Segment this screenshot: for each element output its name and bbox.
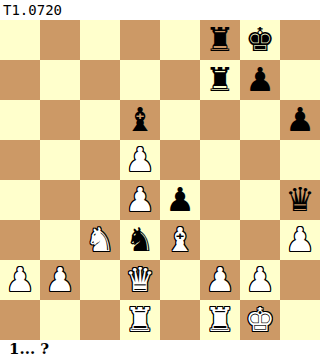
square-c4[interactable] — [80, 180, 120, 220]
white-king: ♚ — [245, 300, 275, 340]
square-c1[interactable] — [80, 300, 120, 340]
black-bishop: ♝ — [125, 100, 155, 140]
square-e1[interactable] — [160, 300, 200, 340]
square-h8[interactable] — [280, 20, 320, 60]
square-b5[interactable] — [40, 140, 80, 180]
square-a6[interactable] — [0, 100, 40, 140]
square-h3[interactable]: ♟ — [280, 220, 320, 260]
move-prompt: 1... ? — [0, 340, 320, 360]
square-h5[interactable] — [280, 140, 320, 180]
square-g7[interactable]: ♟ — [240, 60, 280, 100]
square-f6[interactable] — [200, 100, 240, 140]
square-a8[interactable] — [0, 20, 40, 60]
square-b1[interactable] — [40, 300, 80, 340]
square-e8[interactable] — [160, 20, 200, 60]
square-a3[interactable] — [0, 220, 40, 260]
square-a1[interactable] — [0, 300, 40, 340]
square-e4[interactable]: ♟ — [160, 180, 200, 220]
square-e7[interactable] — [160, 60, 200, 100]
square-e2[interactable] — [160, 260, 200, 300]
chess-board: ♜♚♜♟♝♟♟♟♟♛♞♞♝♟♟♟♛♟♟♜♜♚ — [0, 20, 320, 340]
square-g8[interactable]: ♚ — [240, 20, 280, 60]
black-knight: ♞ — [125, 220, 155, 260]
square-b6[interactable] — [40, 100, 80, 140]
square-d2[interactable]: ♛ — [120, 260, 160, 300]
black-pawn: ♟ — [245, 60, 275, 100]
square-b3[interactable] — [40, 220, 80, 260]
square-c7[interactable] — [80, 60, 120, 100]
square-e3[interactable]: ♝ — [160, 220, 200, 260]
black-rook: ♜ — [205, 20, 235, 60]
square-h7[interactable] — [280, 60, 320, 100]
square-c8[interactable] — [80, 20, 120, 60]
square-d4[interactable]: ♟ — [120, 180, 160, 220]
black-pawn: ♟ — [285, 100, 315, 140]
white-pawn: ♟ — [45, 260, 75, 300]
square-g4[interactable] — [240, 180, 280, 220]
square-h6[interactable]: ♟ — [280, 100, 320, 140]
square-a7[interactable] — [0, 60, 40, 100]
square-d7[interactable] — [120, 60, 160, 100]
white-pawn: ♟ — [285, 220, 315, 260]
square-f3[interactable] — [200, 220, 240, 260]
white-queen: ♛ — [125, 260, 155, 300]
square-d6[interactable]: ♝ — [120, 100, 160, 140]
black-pawn: ♟ — [165, 180, 195, 220]
white-pawn: ♟ — [205, 260, 235, 300]
square-g5[interactable] — [240, 140, 280, 180]
square-b4[interactable] — [40, 180, 80, 220]
square-a5[interactable] — [0, 140, 40, 180]
square-d8[interactable] — [120, 20, 160, 60]
square-f8[interactable]: ♜ — [200, 20, 240, 60]
white-knight: ♞ — [85, 220, 115, 260]
white-pawn: ♟ — [5, 260, 35, 300]
black-queen: ♛ — [285, 180, 315, 220]
square-a4[interactable] — [0, 180, 40, 220]
square-g1[interactable]: ♚ — [240, 300, 280, 340]
square-g2[interactable]: ♟ — [240, 260, 280, 300]
black-king: ♚ — [245, 20, 275, 60]
square-f2[interactable]: ♟ — [200, 260, 240, 300]
square-f4[interactable] — [200, 180, 240, 220]
square-f5[interactable] — [200, 140, 240, 180]
square-d5[interactable]: ♟ — [120, 140, 160, 180]
square-e5[interactable] — [160, 140, 200, 180]
square-g6[interactable] — [240, 100, 280, 140]
square-a2[interactable]: ♟ — [0, 260, 40, 300]
square-c5[interactable] — [80, 140, 120, 180]
square-h4[interactable]: ♛ — [280, 180, 320, 220]
square-c2[interactable] — [80, 260, 120, 300]
square-d1[interactable]: ♜ — [120, 300, 160, 340]
square-c3[interactable]: ♞ — [80, 220, 120, 260]
white-rook: ♜ — [205, 300, 235, 340]
square-e6[interactable] — [160, 100, 200, 140]
white-rook: ♜ — [125, 300, 155, 340]
square-f1[interactable]: ♜ — [200, 300, 240, 340]
black-rook: ♜ — [205, 60, 235, 100]
white-pawn: ♟ — [125, 180, 155, 220]
square-b2[interactable]: ♟ — [40, 260, 80, 300]
square-b8[interactable] — [40, 20, 80, 60]
white-pawn: ♟ — [245, 260, 275, 300]
puzzle-title: T1.0720 — [0, 0, 320, 20]
square-c6[interactable] — [80, 100, 120, 140]
white-pawn: ♟ — [125, 140, 155, 180]
white-bishop: ♝ — [165, 220, 195, 260]
square-f7[interactable]: ♜ — [200, 60, 240, 100]
square-g3[interactable] — [240, 220, 280, 260]
square-d3[interactable]: ♞ — [120, 220, 160, 260]
square-h1[interactable] — [280, 300, 320, 340]
square-h2[interactable] — [280, 260, 320, 300]
square-b7[interactable] — [40, 60, 80, 100]
